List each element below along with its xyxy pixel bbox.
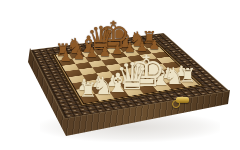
- clasp-hook-icon: [172, 100, 180, 108]
- brass-clasp-icon: [176, 97, 189, 103]
- chess-set-photo: ♜♞♝♟♚♟♛♟♝♟♞♟♜♟♟♟♟♟♟♜♟♞♟♝♟♚♟♛♟♝♞♜: [0, 0, 240, 150]
